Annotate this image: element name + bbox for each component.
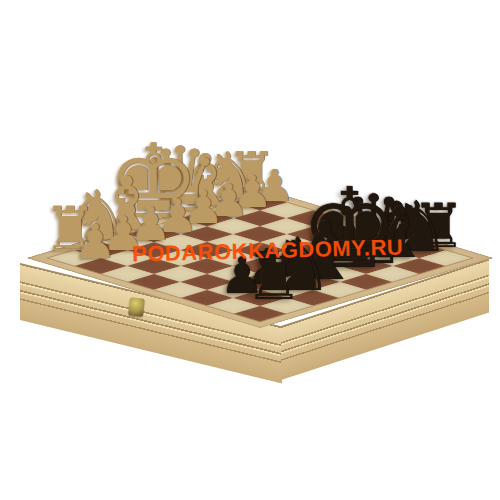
product-photo: ♜♞♝♛♚♝♞♜♟♟♟♟♟♟♟♟♟♟♟♟♟♟♟♟♜♞♝♛♚♝♞♜ PODAROK…	[0, 0, 500, 500]
brass-clasp-icon	[128, 297, 145, 316]
